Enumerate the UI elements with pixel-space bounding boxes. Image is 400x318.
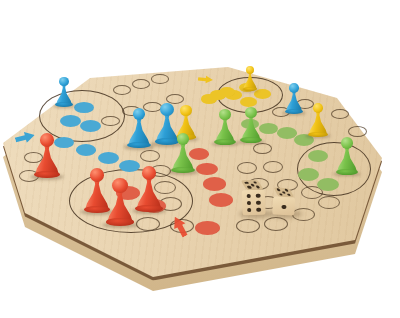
pawn-head	[313, 103, 324, 114]
blue-start-spot	[74, 102, 94, 113]
track-circle	[253, 143, 272, 154]
die-pip	[247, 186, 252, 189]
pawn-base	[336, 169, 358, 175]
pawn-head	[59, 77, 69, 86]
die-pip	[255, 186, 260, 189]
pawn-green[interactable]	[214, 109, 235, 145]
red-path-spot	[209, 193, 233, 207]
pawn-body	[34, 145, 61, 175]
track-circle	[132, 79, 150, 89]
die-pip	[247, 200, 252, 204]
pawn-head	[142, 166, 157, 180]
die[interactable]	[241, 180, 265, 216]
scene	[0, 0, 400, 318]
track-circle	[113, 85, 131, 95]
pawn-head	[219, 109, 231, 120]
pawn-head	[246, 66, 254, 74]
blue-path-spot	[98, 152, 119, 164]
pawn-red[interactable]	[135, 166, 162, 212]
blue-path-spot	[76, 144, 96, 156]
pawn-red[interactable]	[106, 178, 134, 226]
pawn-base	[243, 87, 258, 91]
yellow-start-spot	[240, 97, 257, 107]
pawn-head	[160, 103, 173, 116]
die-pip	[247, 193, 252, 197]
pawn-head	[112, 178, 127, 193]
pawn-base	[34, 171, 61, 178]
pawn-head	[40, 133, 54, 147]
pawn-base	[127, 142, 151, 148]
pawn-head	[289, 83, 299, 93]
pawn-head	[341, 137, 353, 149]
pawn-base	[308, 132, 328, 137]
blue-start-spot	[80, 120, 101, 132]
pawn-base	[135, 205, 162, 212]
die[interactable]	[272, 187, 295, 215]
track-circle	[151, 74, 169, 84]
die-pip	[281, 205, 286, 209]
blue-start-spot	[60, 115, 81, 127]
pawn-base	[214, 139, 235, 145]
green-start-spot	[317, 178, 339, 191]
die-pip	[277, 189, 282, 192]
pawn-green[interactable]	[240, 107, 261, 143]
die-pip	[247, 207, 252, 211]
track-circle	[140, 150, 160, 162]
track-circle	[264, 217, 288, 231]
pawn-base	[55, 102, 73, 107]
board-items-layer	[0, 0, 400, 318]
pawn-body	[171, 143, 195, 169]
yellow-arrow	[197, 74, 213, 84]
pawn-head	[177, 133, 190, 145]
die-pip	[244, 181, 249, 184]
pawn-body	[135, 178, 162, 208]
pawn-yellow[interactable]	[308, 103, 328, 137]
yellow-path-spot	[219, 87, 235, 97]
track-circle	[237, 162, 257, 174]
pawn-head	[90, 168, 104, 182]
track-circle	[331, 109, 349, 119]
track-circle	[263, 161, 283, 173]
red-path-spot	[203, 177, 226, 191]
pawn-yellow[interactable]	[243, 66, 258, 91]
die-front-face	[242, 190, 266, 216]
pawn-base	[171, 167, 195, 173]
pawn-head	[180, 105, 191, 116]
die-pip	[287, 193, 292, 196]
pawn-green[interactable]	[171, 133, 195, 173]
pawn-blue[interactable]	[285, 83, 303, 114]
pawn-head	[245, 107, 257, 118]
red-entry-spot	[195, 221, 220, 235]
pawn-body	[127, 118, 151, 144]
track-circle	[318, 196, 340, 209]
die-top-face	[241, 180, 264, 190]
die-pip	[256, 207, 261, 211]
pawn-blue[interactable]	[55, 77, 73, 107]
die-pip	[256, 193, 261, 197]
pawn-base	[285, 109, 303, 114]
die-front-face	[272, 196, 295, 215]
green-start-spot	[308, 150, 328, 162]
pawn-body	[308, 112, 328, 135]
green-start-spot	[298, 168, 319, 181]
pawn-green[interactable]	[336, 137, 358, 175]
pawn-head	[133, 108, 146, 120]
track-circle	[348, 126, 367, 137]
pawn-base	[240, 137, 261, 143]
pawn-blue[interactable]	[127, 108, 151, 148]
track-circle	[236, 219, 260, 233]
pawn-base	[106, 218, 134, 226]
die-pip	[256, 200, 261, 204]
red-path-spot	[196, 163, 218, 176]
pawn-red[interactable]	[34, 133, 61, 178]
